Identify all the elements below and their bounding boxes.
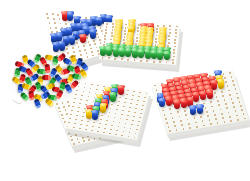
- peg-hole: [118, 126, 120, 128]
- peg-hole: [117, 36, 119, 38]
- peg-hole: [111, 35, 113, 37]
- peg-red: [192, 89, 198, 98]
- peg-hole: [85, 34, 87, 36]
- peg-hole: [91, 105, 93, 107]
- peg-hole: [138, 24, 140, 26]
- peg-hole: [78, 107, 80, 109]
- peg-hole: [177, 111, 179, 113]
- peg-hole: [108, 32, 110, 34]
- peg-hole: [77, 99, 79, 101]
- peg-blue: [81, 20, 87, 29]
- peg-hole: [82, 125, 84, 127]
- peg-hole: [131, 24, 133, 26]
- peg-hole: [223, 73, 225, 75]
- peg-blue: [82, 24, 88, 33]
- peg-hole: [85, 104, 87, 106]
- peg-hole: [71, 124, 73, 126]
- peg-hole: [160, 51, 162, 53]
- peg-hole: [73, 127, 75, 129]
- peg-green: [107, 44, 113, 53]
- peg-hole: [244, 118, 246, 120]
- peg-hole: [142, 40, 144, 42]
- peg-hole: [119, 117, 121, 119]
- peg-hole: [117, 105, 119, 107]
- peg-hole: [103, 22, 105, 24]
- peg-yellow: [115, 29, 121, 38]
- peg-hole: [147, 57, 149, 59]
- peg-hole: [71, 112, 73, 114]
- peg-green: [119, 45, 125, 54]
- peg-blue: [190, 107, 196, 116]
- peg-hole: [114, 92, 116, 94]
- peg-hole: [169, 108, 171, 110]
- peg-hole: [75, 20, 77, 22]
- peg-hole: [101, 115, 103, 117]
- peg-hole: [166, 55, 168, 57]
- peg-hole: [96, 130, 98, 132]
- peg-hole: [63, 15, 65, 17]
- peg-hole: [64, 40, 66, 42]
- peg-hole: [135, 50, 137, 52]
- peg-hole: [119, 97, 121, 99]
- peg-hole: [81, 95, 83, 97]
- peg-hole: [67, 128, 69, 130]
- peg-hole: [90, 18, 92, 20]
- peg-hole: [114, 107, 116, 109]
- peg-hole: [100, 27, 102, 29]
- peg-red: [198, 88, 204, 97]
- peg-blue: [61, 29, 67, 38]
- peg-red: [167, 80, 173, 89]
- peg-hole: [103, 94, 105, 96]
- peg-red: [179, 95, 185, 104]
- peg-hole: [105, 32, 107, 34]
- peg-hole: [174, 39, 176, 41]
- peg-hole: [129, 40, 131, 42]
- peg-hole: [127, 123, 129, 125]
- peg-hole: [103, 48, 105, 50]
- peg-yellow: [97, 95, 103, 104]
- peg-hole: [66, 27, 68, 29]
- peg-hole: [122, 49, 124, 51]
- peg-hole: [54, 22, 56, 24]
- peg-hole: [83, 140, 85, 142]
- peg-hole: [174, 125, 176, 127]
- peg-hole: [201, 94, 203, 96]
- peg-hole: [241, 109, 243, 111]
- peg-hole: [68, 132, 70, 134]
- peg-hole: [158, 97, 160, 99]
- peg-red: [207, 91, 213, 100]
- peg-hole: [69, 57, 71, 59]
- peg-hole: [57, 14, 59, 16]
- peg-hole: [168, 42, 170, 44]
- peg-hole: [78, 142, 80, 144]
- peg-hole: [109, 51, 111, 53]
- peg-hole: [154, 51, 156, 53]
- peg-hole: [73, 31, 75, 33]
- peg-hole: [196, 126, 198, 128]
- peg-hole: [122, 46, 124, 48]
- peg-hole: [106, 99, 108, 101]
- peg-hole: [77, 111, 79, 113]
- peg-hole: [174, 46, 176, 48]
- peg-hole: [115, 88, 117, 90]
- peg-blue: [86, 20, 92, 29]
- peg-hole: [74, 35, 76, 37]
- peg-red: [211, 81, 217, 90]
- peg-yellow: [160, 28, 166, 37]
- peg-hole: [179, 94, 181, 96]
- peg-hole: [120, 121, 122, 123]
- peg-hole: [89, 127, 91, 129]
- peg-hole: [175, 29, 177, 31]
- peg-hole: [55, 27, 57, 29]
- peg-hole: [115, 134, 117, 136]
- peg-hole: [121, 114, 123, 116]
- peg-hole: [98, 106, 100, 108]
- peg-hole: [231, 76, 233, 78]
- peg-hole: [64, 19, 66, 21]
- peg-hole: [181, 124, 183, 126]
- peg-hole: [68, 15, 70, 17]
- peg-hole: [143, 101, 145, 103]
- peg-hole: [87, 56, 89, 58]
- peg-hole: [110, 108, 112, 110]
- peg-hole: [122, 112, 124, 114]
- peg-blue: [67, 13, 73, 22]
- peg-hole: [165, 118, 167, 120]
- peg-hole: [194, 95, 196, 97]
- peg-hole: [150, 25, 152, 27]
- peg-hole: [155, 38, 157, 40]
- peg-hole: [198, 108, 200, 110]
- peg-hole: [154, 48, 156, 50]
- peg-hole: [175, 103, 177, 105]
- peg-hole: [102, 132, 104, 134]
- peg-hole: [76, 42, 78, 44]
- peg-hole: [123, 131, 125, 133]
- peg-hole: [111, 32, 113, 34]
- peg-hole: [134, 56, 136, 58]
- peg-blue: [90, 30, 96, 39]
- peg-hole: [141, 109, 143, 111]
- peg-hole: [206, 111, 208, 113]
- peg-hole: [135, 108, 137, 110]
- peg-yellow: [146, 41, 152, 50]
- peg-hole: [148, 47, 150, 49]
- peg-blue: [69, 36, 75, 45]
- peg-hole: [112, 115, 114, 117]
- peg-hole: [104, 51, 106, 53]
- peg-hole: [103, 44, 105, 46]
- peg-hole: [83, 112, 85, 114]
- peg-hole: [93, 122, 95, 124]
- peg-hole: [106, 30, 108, 32]
- peg-hole: [73, 51, 75, 53]
- peg-hole: [79, 130, 81, 132]
- peg-hole: [60, 45, 62, 47]
- peg-blue: [101, 15, 107, 24]
- loose-peg-white: [12, 95, 22, 104]
- peg-hole: [155, 41, 157, 43]
- peg-hole: [103, 86, 105, 88]
- peg-hole: [185, 114, 187, 116]
- peg-hole: [88, 124, 90, 126]
- peg-hole: [139, 117, 141, 119]
- peg-blue: [56, 34, 62, 43]
- peg-hole: [172, 117, 174, 119]
- peg-hole: [206, 89, 208, 91]
- peg-hole: [116, 48, 118, 50]
- peg-hole: [119, 23, 121, 25]
- peg-blue: [51, 34, 57, 43]
- peg-red: [193, 93, 199, 102]
- peg-blue: [106, 16, 112, 25]
- peg-hole: [91, 34, 93, 36]
- peg-hole: [130, 128, 132, 130]
- peg-hole: [91, 130, 93, 132]
- peg-hole: [111, 125, 113, 127]
- peg-blue: [159, 99, 165, 108]
- peg-hole: [98, 122, 100, 124]
- peg-green: [164, 52, 170, 61]
- peg-blue: [83, 27, 89, 36]
- peg-yellow: [127, 39, 133, 48]
- peg-yellow: [140, 37, 146, 46]
- peg-hole: [123, 42, 125, 44]
- peg-hole: [102, 51, 104, 53]
- peg-blue: [79, 31, 85, 40]
- peg-hole: [221, 91, 223, 93]
- peg-hole: [96, 89, 98, 91]
- peg-hole: [92, 37, 94, 39]
- peg-hole: [227, 85, 229, 87]
- peg-hole: [108, 57, 110, 59]
- peg-hole: [167, 45, 169, 47]
- peg-yellow: [115, 26, 121, 35]
- peg-hole: [105, 29, 107, 31]
- peg-hole: [73, 104, 75, 106]
- peg-hole: [240, 105, 242, 107]
- peg-hole: [216, 96, 218, 98]
- peg-red: [181, 100, 187, 109]
- peg-hole: [142, 105, 144, 107]
- peg-hole: [192, 113, 194, 115]
- peg-hole: [109, 35, 111, 37]
- peg-blue: [73, 32, 79, 41]
- peg-hole: [115, 48, 117, 50]
- peg-hole: [236, 115, 238, 117]
- peg-hole: [125, 119, 127, 121]
- peg-hole: [184, 88, 186, 90]
- peg-hole: [123, 39, 125, 41]
- peg-hole: [174, 42, 176, 44]
- peg-hole: [121, 47, 123, 49]
- peg-red: [201, 74, 207, 83]
- peg-hole: [117, 114, 119, 116]
- peg-hole: [133, 116, 135, 118]
- peg-hole: [84, 101, 86, 103]
- peg-hole: [94, 138, 96, 140]
- peg-red: [102, 100, 108, 109]
- peg-hole: [235, 88, 237, 90]
- peg-hole: [129, 43, 131, 45]
- peg-hole: [131, 27, 133, 29]
- peg-hole: [229, 94, 231, 96]
- peg-hole: [75, 59, 77, 61]
- peg-hole: [65, 23, 67, 25]
- peg-hole: [197, 82, 199, 84]
- peg-hole: [68, 105, 70, 107]
- peg-hole: [98, 127, 100, 129]
- peg-hole: [76, 111, 78, 113]
- peg-red: [104, 92, 110, 101]
- peg-hole: [92, 135, 94, 137]
- peg-hole: [90, 116, 92, 118]
- peg-hole: [122, 124, 124, 126]
- peg-green: [113, 48, 119, 57]
- peg-hole: [64, 121, 66, 123]
- peg-yellow: [159, 35, 165, 44]
- peg-red: [182, 82, 188, 91]
- peg-hole: [195, 122, 197, 124]
- peg-blue: [89, 27, 95, 36]
- peg-hole: [173, 56, 175, 58]
- peg-hole: [162, 35, 164, 37]
- peg-hole: [63, 35, 65, 37]
- peg-hole: [131, 124, 133, 126]
- peg-hole: [215, 118, 217, 120]
- peg-red: [174, 101, 180, 110]
- peg-yellow: [218, 80, 224, 89]
- peg-hole: [85, 105, 87, 107]
- peg-hole: [191, 87, 193, 89]
- peg-hole: [82, 137, 84, 139]
- peg-hole: [122, 52, 124, 54]
- peg-hole: [176, 129, 178, 131]
- peg-hole: [134, 59, 136, 61]
- peg-hole: [87, 109, 89, 111]
- peg-hole: [83, 27, 85, 29]
- peg-hole: [87, 136, 89, 138]
- peg-hole: [161, 83, 163, 85]
- peg-hole: [139, 92, 141, 94]
- peg-hole: [104, 35, 106, 37]
- peg-hole: [166, 100, 168, 102]
- peg-hole: [156, 89, 158, 91]
- peg-hole: [52, 36, 54, 38]
- peg-hole: [121, 89, 123, 91]
- peg-hole: [148, 44, 150, 46]
- peg-yellow: [158, 45, 164, 54]
- peg-hole: [75, 119, 77, 121]
- peg-hole: [78, 114, 80, 116]
- peg-hole: [173, 99, 175, 101]
- peg-hole: [105, 112, 107, 114]
- peg-hole: [92, 107, 94, 109]
- peg-hole: [180, 120, 182, 122]
- peg-hole: [169, 29, 171, 31]
- peg-red: [170, 88, 176, 97]
- peg-blue: [66, 28, 72, 37]
- peg-hole: [90, 109, 92, 111]
- peg-hole: [98, 53, 100, 55]
- peg-hole: [105, 103, 107, 105]
- peg-hole: [135, 133, 137, 135]
- peg-hole: [141, 50, 143, 52]
- peg-hole: [100, 113, 102, 115]
- peg-hole: [221, 113, 223, 115]
- peg-hole: [95, 114, 97, 116]
- peg-hole: [97, 133, 99, 135]
- peg-blue: [59, 42, 65, 51]
- peg-hole: [92, 126, 94, 128]
- peg-hole: [149, 34, 151, 36]
- peg-hole: [71, 139, 73, 141]
- peg-hole: [87, 24, 89, 26]
- peg-hole: [107, 44, 109, 46]
- peg-red: [175, 83, 181, 92]
- peg-hole: [127, 115, 129, 117]
- peg-hole: [217, 122, 219, 124]
- peg-hole: [183, 84, 185, 86]
- peg-green: [132, 49, 138, 58]
- peg-hole: [72, 100, 74, 102]
- peg-hole: [83, 45, 85, 47]
- peg-hole: [114, 133, 116, 135]
- peg-hole: [118, 33, 120, 35]
- peg-red: [196, 79, 202, 88]
- peg-hole: [114, 117, 116, 119]
- peg-hole: [195, 78, 197, 80]
- peg-hole: [214, 92, 216, 94]
- peg-hole: [176, 107, 178, 109]
- peg-hole: [119, 132, 121, 134]
- peg-hole: [99, 137, 101, 139]
- peg-hole: [100, 42, 102, 44]
- peg-hole: [140, 60, 142, 62]
- peg-hole: [91, 119, 93, 121]
- peg-blue: [103, 96, 109, 105]
- peg-hole: [89, 100, 91, 102]
- peg-hole: [186, 92, 188, 94]
- peg-hole: [98, 95, 100, 97]
- peg-hole: [101, 19, 103, 21]
- peg-hole: [73, 115, 75, 117]
- peg-hole: [128, 56, 130, 58]
- peg-hole: [118, 101, 120, 103]
- peg-hole: [166, 122, 168, 124]
- peg-hole: [82, 42, 84, 44]
- peg-hole: [209, 75, 211, 77]
- peg-hole: [210, 123, 212, 125]
- peg-hole: [85, 17, 87, 19]
- peg-green: [145, 47, 151, 56]
- peg-hole: [172, 95, 174, 97]
- peg-hole: [130, 37, 132, 39]
- peg-hole: [99, 102, 101, 104]
- peg-hole: [91, 51, 93, 53]
- peg-hole: [179, 116, 181, 118]
- peg-hole: [106, 128, 108, 130]
- peg-hole: [106, 101, 108, 103]
- peg-hole: [70, 19, 72, 21]
- peg-hole: [113, 121, 115, 123]
- peg-hole: [112, 29, 114, 31]
- peg-hole: [102, 54, 104, 56]
- peg-hole: [188, 79, 190, 81]
